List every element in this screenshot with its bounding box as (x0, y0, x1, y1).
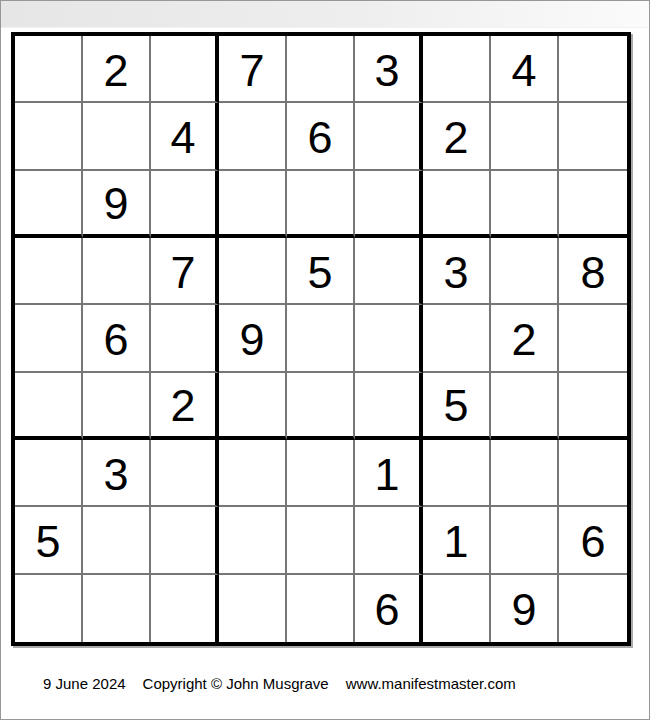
cell-r7c1 (15, 440, 83, 507)
cell-r9c6: 6 (355, 575, 423, 642)
cell-r5c6 (355, 305, 423, 372)
footer-copyright: Copyright © John Musgrave (143, 675, 329, 692)
cell-r7c7 (423, 440, 491, 507)
cell-r5c3 (151, 305, 219, 372)
cell-r6c8 (491, 373, 559, 440)
cell-r4c8 (491, 238, 559, 305)
cell-r6c5 (287, 373, 355, 440)
cell-r2c4 (219, 103, 287, 170)
header-gradient-band (1, 1, 649, 28)
cell-r8c4 (219, 507, 287, 574)
cell-r2c1 (15, 103, 83, 170)
cell-r2c7: 2 (423, 103, 491, 170)
cell-r9c3 (151, 575, 219, 642)
cell-r2c9 (559, 103, 627, 170)
footer-date: 9 June 2024 (43, 675, 126, 692)
cell-r4c5: 5 (287, 238, 355, 305)
footer: 9 June 2024 Copyright © John Musgrave ww… (43, 675, 516, 692)
cell-r2c2 (83, 103, 151, 170)
cell-r9c2 (83, 575, 151, 642)
cell-r6c1 (15, 373, 83, 440)
cell-r7c4 (219, 440, 287, 507)
cell-r2c3: 4 (151, 103, 219, 170)
cell-r2c6 (355, 103, 423, 170)
cell-r6c9 (559, 373, 627, 440)
cell-r2c8 (491, 103, 559, 170)
footer-website: www.manifestmaster.com (346, 675, 516, 692)
cell-r7c5 (287, 440, 355, 507)
cell-r5c4: 9 (219, 305, 287, 372)
cell-r5c2: 6 (83, 305, 151, 372)
cell-r8c8 (491, 507, 559, 574)
cell-r8c3 (151, 507, 219, 574)
cell-r9c5 (287, 575, 355, 642)
cell-r8c9: 6 (559, 507, 627, 574)
cell-r4c9: 8 (559, 238, 627, 305)
cell-r7c6: 1 (355, 440, 423, 507)
cell-r1c2: 2 (83, 36, 151, 103)
cell-r8c6 (355, 507, 423, 574)
cell-r4c6 (355, 238, 423, 305)
cell-r3c3 (151, 171, 219, 238)
cell-r8c1: 5 (15, 507, 83, 574)
cell-r9c9 (559, 575, 627, 642)
cell-r1c7 (423, 36, 491, 103)
cell-r6c6 (355, 373, 423, 440)
cell-r9c7 (423, 575, 491, 642)
cell-r6c3: 2 (151, 373, 219, 440)
cell-r1c4: 7 (219, 36, 287, 103)
cell-r7c3 (151, 440, 219, 507)
cell-r9c1 (15, 575, 83, 642)
cell-r8c5 (287, 507, 355, 574)
cell-r1c8: 4 (491, 36, 559, 103)
cell-r4c4 (219, 238, 287, 305)
cell-r3c7 (423, 171, 491, 238)
cell-r3c4 (219, 171, 287, 238)
cell-r6c7: 5 (423, 373, 491, 440)
sudoku-grid: 273446297538692253151669 (11, 32, 631, 646)
cell-r6c2 (83, 373, 151, 440)
cell-r4c7: 3 (423, 238, 491, 305)
cell-r6c4 (219, 373, 287, 440)
cell-r8c7: 1 (423, 507, 491, 574)
cell-r5c1 (15, 305, 83, 372)
cell-r5c8: 2 (491, 305, 559, 372)
page: 273446297538692253151669 9 June 2024 Cop… (0, 0, 650, 720)
cell-r1c1 (15, 36, 83, 103)
cell-r1c3 (151, 36, 219, 103)
cell-r3c5 (287, 171, 355, 238)
cell-r1c9 (559, 36, 627, 103)
cell-r1c6: 3 (355, 36, 423, 103)
cell-r3c9 (559, 171, 627, 238)
cell-r8c2 (83, 507, 151, 574)
cell-r9c8: 9 (491, 575, 559, 642)
cell-r9c4 (219, 575, 287, 642)
cell-r4c3: 7 (151, 238, 219, 305)
cell-r1c5 (287, 36, 355, 103)
cell-r7c9 (559, 440, 627, 507)
cell-r2c5: 6 (287, 103, 355, 170)
cell-r3c2: 9 (83, 171, 151, 238)
cell-r7c8 (491, 440, 559, 507)
cell-r4c2 (83, 238, 151, 305)
cell-r3c1 (15, 171, 83, 238)
cell-r4c1 (15, 238, 83, 305)
cell-r5c9 (559, 305, 627, 372)
cell-r5c7 (423, 305, 491, 372)
cell-r3c6 (355, 171, 423, 238)
cell-r7c2: 3 (83, 440, 151, 507)
cell-r5c5 (287, 305, 355, 372)
cell-r3c8 (491, 171, 559, 238)
